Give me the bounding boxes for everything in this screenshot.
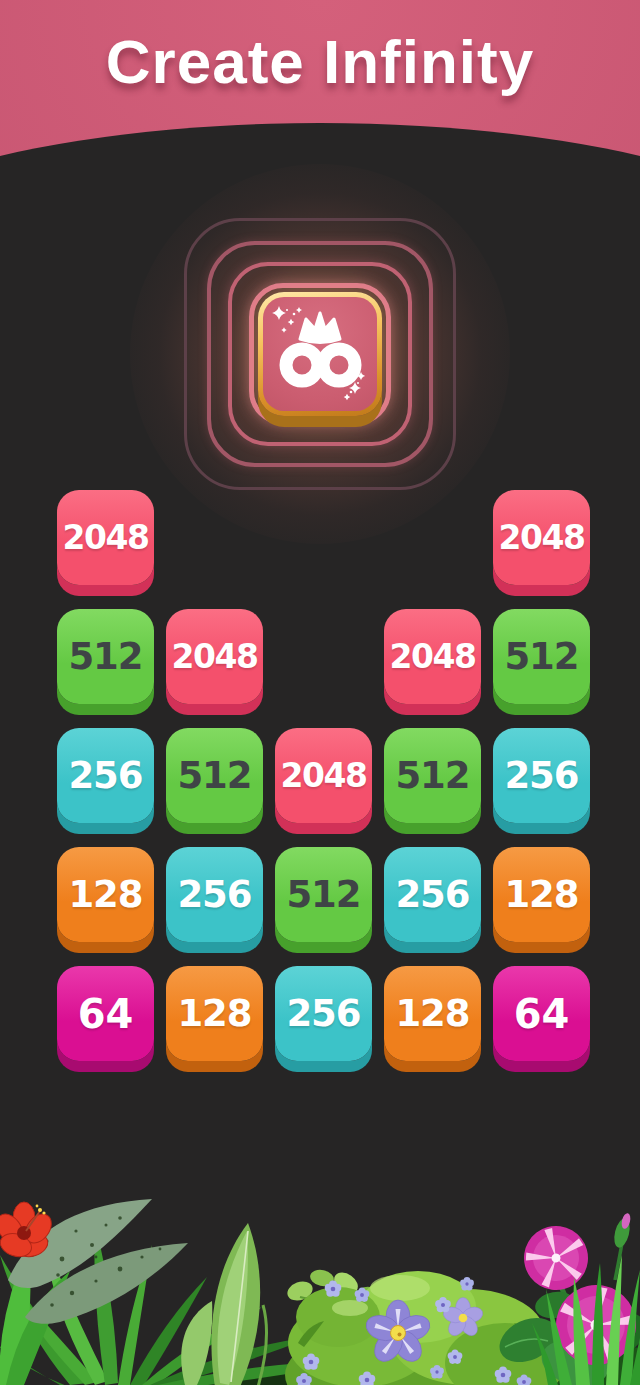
- tile-2048[interactable]: 2048: [166, 609, 263, 704]
- empty-cell: [166, 490, 263, 585]
- tile-256[interactable]: 256: [275, 966, 372, 1061]
- tile-256[interactable]: 256: [57, 728, 154, 823]
- tile-128[interactable]: 128: [166, 966, 263, 1061]
- tile-256[interactable]: 256: [166, 847, 263, 942]
- tile-2048[interactable]: 2048: [275, 728, 372, 823]
- tile-512[interactable]: 512: [275, 847, 372, 942]
- large-leaf: [181, 1223, 266, 1385]
- tile-256[interactable]: 256: [493, 728, 590, 823]
- tile-512[interactable]: 512: [384, 728, 481, 823]
- morning-glory-flower-1: [517, 1219, 595, 1297]
- app-screen: Create Infinity: [0, 0, 640, 1385]
- tile-256[interactable]: 256: [384, 847, 481, 942]
- tile-512[interactable]: 512: [493, 609, 590, 704]
- tile-512[interactable]: 512: [57, 609, 154, 704]
- tile-128[interactable]: 128: [57, 847, 154, 942]
- tile-128[interactable]: 128: [384, 966, 481, 1061]
- tile-2048[interactable]: 2048: [384, 609, 481, 704]
- tile-512[interactable]: 512: [166, 728, 263, 823]
- empty-cell: [275, 490, 372, 585]
- tile-64[interactable]: 64: [57, 966, 154, 1061]
- board-grid: 2048204851220482048512256512204851225612…: [57, 490, 590, 1061]
- tile-64[interactable]: 64: [493, 966, 590, 1061]
- bottom-flora-decoration: [0, 1185, 640, 1385]
- empty-cell: [384, 490, 481, 585]
- page-title: Create Infinity: [0, 26, 640, 97]
- empty-cell: [275, 609, 372, 704]
- tile-2048[interactable]: 2048: [493, 490, 590, 585]
- tile-128[interactable]: 128: [493, 847, 590, 942]
- tile-2048[interactable]: 2048: [57, 490, 154, 585]
